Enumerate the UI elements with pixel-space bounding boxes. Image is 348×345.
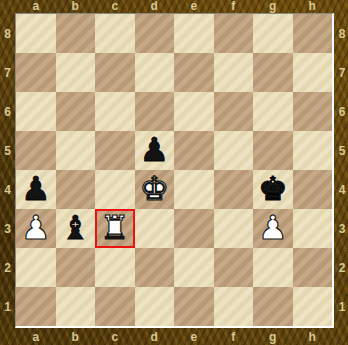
square-c2[interactable] bbox=[95, 248, 135, 287]
square-b6[interactable] bbox=[56, 92, 96, 131]
piece-black-pawn[interactable]: ♟ bbox=[21, 169, 51, 208]
rank-label: 6 bbox=[336, 92, 348, 131]
square-h8[interactable] bbox=[293, 14, 333, 53]
square-a3[interactable]: ♟ bbox=[16, 209, 56, 248]
rank-labels-left: 87654321 bbox=[0, 14, 15, 326]
square-f8[interactable] bbox=[214, 14, 254, 53]
rank-label: 1 bbox=[336, 287, 348, 326]
square-h6[interactable] bbox=[293, 92, 333, 131]
square-f1[interactable] bbox=[214, 287, 254, 326]
file-label: b bbox=[56, 330, 96, 345]
rank-label: 8 bbox=[0, 14, 15, 53]
square-a5[interactable] bbox=[16, 131, 56, 170]
file-label: a bbox=[16, 0, 56, 13]
square-f4[interactable] bbox=[214, 170, 254, 209]
square-e1[interactable] bbox=[174, 287, 214, 326]
square-b8[interactable] bbox=[56, 14, 96, 53]
square-g6[interactable] bbox=[253, 92, 293, 131]
square-d7[interactable] bbox=[135, 53, 175, 92]
square-c7[interactable] bbox=[95, 53, 135, 92]
square-b7[interactable] bbox=[56, 53, 96, 92]
piece-white-pawn[interactable]: ♟ bbox=[21, 208, 51, 247]
board-frame: ♟♟♚♚♟♝♜♟ bbox=[15, 13, 334, 328]
square-c8[interactable] bbox=[95, 14, 135, 53]
rank-label: 4 bbox=[0, 170, 15, 209]
file-label: e bbox=[174, 330, 214, 345]
square-f7[interactable] bbox=[214, 53, 254, 92]
square-c4[interactable] bbox=[95, 170, 135, 209]
square-a6[interactable] bbox=[16, 92, 56, 131]
square-e4[interactable] bbox=[174, 170, 214, 209]
square-b1[interactable] bbox=[56, 287, 96, 326]
square-e3[interactable] bbox=[174, 209, 214, 248]
square-e2[interactable] bbox=[174, 248, 214, 287]
piece-white-rook[interactable]: ♜ bbox=[100, 208, 130, 247]
square-h4[interactable] bbox=[293, 170, 333, 209]
file-label: f bbox=[214, 330, 254, 345]
file-label: d bbox=[135, 330, 175, 345]
rank-label: 7 bbox=[0, 53, 15, 92]
square-d1[interactable] bbox=[135, 287, 175, 326]
square-c1[interactable] bbox=[95, 287, 135, 326]
chess-board: ♟♟♚♚♟♝♜♟ bbox=[16, 14, 332, 326]
file-label: c bbox=[95, 0, 135, 13]
rank-label: 2 bbox=[0, 248, 15, 287]
file-label: f bbox=[214, 0, 254, 13]
file-label: h bbox=[293, 330, 333, 345]
chess-board-window: abcdefgh 87654321 ♟♟♚♚♟♝♜♟ 87654321 abcd… bbox=[0, 0, 348, 345]
rank-label: 6 bbox=[0, 92, 15, 131]
file-label: h bbox=[293, 0, 333, 13]
square-h3[interactable] bbox=[293, 209, 333, 248]
square-b2[interactable] bbox=[56, 248, 96, 287]
square-e8[interactable] bbox=[174, 14, 214, 53]
rank-labels-right: 87654321 bbox=[336, 14, 348, 326]
square-a7[interactable] bbox=[16, 53, 56, 92]
file-label: a bbox=[16, 330, 56, 345]
square-b3[interactable]: ♝ bbox=[56, 209, 96, 248]
square-h1[interactable] bbox=[293, 287, 333, 326]
square-c6[interactable] bbox=[95, 92, 135, 131]
file-labels-bottom: abcdefgh bbox=[16, 330, 332, 345]
square-e7[interactable] bbox=[174, 53, 214, 92]
rank-label: 8 bbox=[336, 14, 348, 53]
rank-label: 2 bbox=[336, 248, 348, 287]
square-b4[interactable] bbox=[56, 170, 96, 209]
square-d2[interactable] bbox=[135, 248, 175, 287]
square-d5[interactable]: ♟ bbox=[135, 131, 175, 170]
square-d6[interactable] bbox=[135, 92, 175, 131]
piece-black-bishop[interactable]: ♝ bbox=[60, 208, 90, 247]
file-label: g bbox=[253, 330, 293, 345]
square-a4[interactable]: ♟ bbox=[16, 170, 56, 209]
square-f2[interactable] bbox=[214, 248, 254, 287]
square-d8[interactable] bbox=[135, 14, 175, 53]
square-e6[interactable] bbox=[174, 92, 214, 131]
square-d3[interactable] bbox=[135, 209, 175, 248]
file-label: b bbox=[56, 0, 96, 13]
rank-label: 3 bbox=[336, 209, 348, 248]
square-d4[interactable]: ♚ bbox=[135, 170, 175, 209]
square-f3[interactable] bbox=[214, 209, 254, 248]
piece-black-king[interactable]: ♚ bbox=[258, 169, 288, 208]
square-c5[interactable] bbox=[95, 131, 135, 170]
rank-label: 5 bbox=[336, 131, 348, 170]
file-label: c bbox=[95, 330, 135, 345]
square-g4[interactable]: ♚ bbox=[253, 170, 293, 209]
square-g5[interactable] bbox=[253, 131, 293, 170]
square-e5[interactable] bbox=[174, 131, 214, 170]
square-g7[interactable] bbox=[253, 53, 293, 92]
square-h2[interactable] bbox=[293, 248, 333, 287]
square-a1[interactable] bbox=[16, 287, 56, 326]
piece-white-pawn[interactable]: ♟ bbox=[258, 208, 288, 247]
square-b5[interactable] bbox=[56, 131, 96, 170]
square-h7[interactable] bbox=[293, 53, 333, 92]
piece-white-king[interactable]: ♚ bbox=[139, 169, 169, 208]
file-label: d bbox=[135, 0, 175, 13]
square-g8[interactable] bbox=[253, 14, 293, 53]
rank-label: 1 bbox=[0, 287, 15, 326]
square-g2[interactable] bbox=[253, 248, 293, 287]
square-f6[interactable] bbox=[214, 92, 254, 131]
square-h5[interactable] bbox=[293, 131, 333, 170]
square-g3[interactable]: ♟ bbox=[253, 209, 293, 248]
square-a2[interactable] bbox=[16, 248, 56, 287]
square-c3[interactable]: ♜ bbox=[95, 209, 135, 248]
file-label: e bbox=[174, 0, 214, 13]
square-g1[interactable] bbox=[253, 287, 293, 326]
square-a8[interactable] bbox=[16, 14, 56, 53]
square-f5[interactable] bbox=[214, 131, 254, 170]
rank-label: 3 bbox=[0, 209, 15, 248]
piece-black-pawn[interactable]: ♟ bbox=[139, 130, 169, 169]
rank-label: 7 bbox=[336, 53, 348, 92]
file-labels-top: abcdefgh bbox=[16, 0, 332, 13]
rank-label: 5 bbox=[0, 131, 15, 170]
file-label: g bbox=[253, 0, 293, 13]
rank-label: 4 bbox=[336, 170, 348, 209]
